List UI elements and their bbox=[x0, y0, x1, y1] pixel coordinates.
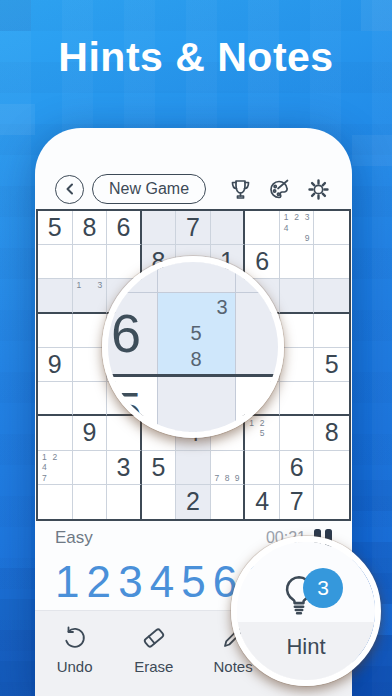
board-magnifier-content: 6 3 5 8 5 bbox=[108, 262, 278, 432]
mosaic-square bbox=[0, 104, 35, 135]
sudoku-cell-r3c1[interactable] bbox=[38, 279, 73, 313]
given-digit: 6 bbox=[255, 247, 269, 276]
sudoku-cell-r1c5[interactable]: 7 bbox=[176, 211, 211, 245]
trophy-icon[interactable] bbox=[227, 176, 254, 203]
undo-button[interactable]: Undo bbox=[40, 623, 110, 675]
notes-label: Notes bbox=[214, 658, 253, 675]
sudoku-cell-r3c2[interactable]: 13 bbox=[73, 279, 108, 313]
mosaic-square bbox=[352, 666, 392, 696]
sudoku-cell-r9c2[interactable] bbox=[73, 485, 108, 519]
erase-button[interactable]: Erase bbox=[119, 623, 189, 675]
mosaic-square bbox=[352, 135, 392, 166]
new-game-button[interactable]: New Game bbox=[92, 174, 206, 204]
given-digit: 6 bbox=[116, 213, 130, 242]
sudoku-cell-r3c8[interactable] bbox=[280, 279, 315, 313]
sudoku-cell-r2c2[interactable] bbox=[73, 245, 108, 279]
pencil-notes: 1247 bbox=[39, 452, 71, 483]
sudoku-cell-r8c2[interactable] bbox=[73, 451, 108, 485]
sudoku-cell-r8c6[interactable]: 789 bbox=[211, 451, 246, 485]
sudoku-cell-r6c9[interactable] bbox=[314, 382, 349, 416]
sudoku-cell-r5c1[interactable]: 9 bbox=[38, 348, 73, 382]
pencil-notes: 13 bbox=[74, 280, 106, 310]
sudoku-cell-r2c7[interactable]: 6 bbox=[245, 245, 280, 279]
sudoku-cell-r9c3[interactable] bbox=[107, 485, 142, 519]
gear-icon[interactable] bbox=[305, 176, 332, 203]
given-digit: 6 bbox=[290, 453, 304, 482]
sudoku-cell-r8c5[interactable] bbox=[176, 451, 211, 485]
sudoku-cell-r6c8[interactable] bbox=[280, 382, 315, 416]
sudoku-cell-r4c8[interactable] bbox=[280, 314, 315, 348]
sudoku-cell-r9c4[interactable] bbox=[142, 485, 177, 519]
pencil-notes: 125 bbox=[246, 417, 278, 448]
given-digit: 3 bbox=[116, 453, 130, 482]
mosaic-square bbox=[0, 599, 35, 630]
sudoku-cell-r9c9[interactable] bbox=[314, 485, 349, 519]
sudoku-cell-r2c1[interactable] bbox=[38, 245, 73, 279]
pencil-notes: 789 bbox=[212, 452, 243, 483]
numpad-3[interactable]: 3 bbox=[118, 560, 142, 604]
page-title: Hints & Notes bbox=[0, 34, 392, 81]
sudoku-cell-r9c6[interactable] bbox=[211, 485, 246, 519]
sudoku-cell-r4c9[interactable] bbox=[314, 314, 349, 348]
sudoku-cell-r1c6[interactable] bbox=[211, 211, 246, 245]
sudoku-cell-r8c1[interactable]: 1247 bbox=[38, 451, 73, 485]
sudoku-cell-r1c9[interactable] bbox=[314, 211, 349, 245]
mosaic-square bbox=[0, 661, 35, 696]
mosaic-square bbox=[352, 480, 392, 511]
sudoku-cell-r6c2[interactable] bbox=[73, 382, 108, 416]
sudoku-cell-r1c4[interactable] bbox=[142, 211, 177, 245]
sudoku-cell-r7c9[interactable]: 8 bbox=[314, 416, 349, 450]
back-button[interactable] bbox=[55, 175, 84, 204]
given-digit: 7 bbox=[290, 487, 304, 516]
new-game-label: New Game bbox=[109, 180, 189, 198]
hint-label-magnified: Hint bbox=[237, 634, 375, 660]
sudoku-cell-r8c9[interactable] bbox=[314, 451, 349, 485]
numpad-2[interactable]: 2 bbox=[87, 560, 111, 604]
given-digit: 2 bbox=[186, 487, 200, 516]
hint-magnifier-lens: 3 Hint bbox=[231, 536, 381, 686]
given-digit: 8 bbox=[325, 418, 339, 447]
sudoku-cell-r7c8[interactable] bbox=[280, 416, 315, 450]
given-digit: 5 bbox=[325, 350, 339, 379]
erase-label: Erase bbox=[134, 658, 173, 675]
sudoku-cell-r7c7[interactable]: 125 bbox=[245, 416, 280, 450]
sudoku-cell-r3c9[interactable] bbox=[314, 279, 349, 313]
sudoku-cell-r9c1[interactable] bbox=[38, 485, 73, 519]
given-digit: 9 bbox=[82, 418, 96, 447]
given-digit: 5 bbox=[151, 453, 165, 482]
sudoku-cell-r5c9[interactable]: 5 bbox=[314, 348, 349, 382]
numpad-5[interactable]: 5 bbox=[181, 560, 205, 604]
sudoku-cell-r8c4[interactable]: 5 bbox=[142, 451, 177, 485]
mosaic-square bbox=[0, 568, 35, 599]
sudoku-cell-r2c9[interactable] bbox=[314, 245, 349, 279]
mosaic-square bbox=[361, 0, 392, 31]
screenshot-root: Hints & Notes New Game bbox=[0, 0, 392, 696]
sudoku-cell-r9c7[interactable]: 4 bbox=[245, 485, 280, 519]
magnified-note-5: 5 bbox=[183, 320, 209, 346]
sudoku-cell-r1c2[interactable]: 8 bbox=[73, 211, 108, 245]
sudoku-cell-r4c1[interactable] bbox=[38, 314, 73, 348]
sudoku-cell-r2c8[interactable] bbox=[280, 245, 315, 279]
sudoku-cell-r8c8[interactable]: 6 bbox=[280, 451, 315, 485]
sudoku-cell-r7c2[interactable]: 9 bbox=[73, 416, 108, 450]
sudoku-cell-r1c3[interactable]: 6 bbox=[107, 211, 142, 245]
sudoku-cell-r5c8[interactable] bbox=[280, 348, 315, 382]
given-digit: 5 bbox=[48, 213, 62, 242]
sudoku-cell-r1c7[interactable] bbox=[245, 211, 280, 245]
pencil-notes: 12349 bbox=[281, 212, 313, 243]
sudoku-cell-r8c3[interactable]: 3 bbox=[107, 451, 142, 485]
magnified-note-8: 8 bbox=[183, 346, 209, 372]
hint-magnifier-content: 3 Hint bbox=[237, 542, 375, 680]
sudoku-cell-r8c7[interactable] bbox=[245, 451, 280, 485]
given-digit: 7 bbox=[186, 213, 200, 242]
mosaic-square bbox=[0, 630, 35, 661]
difficulty-label: Easy bbox=[55, 528, 93, 548]
undo-arrow-icon bbox=[60, 623, 90, 653]
given-digit: 4 bbox=[255, 487, 269, 516]
eraser-icon bbox=[139, 623, 169, 653]
sudoku-cell-r9c8[interactable]: 7 bbox=[280, 485, 315, 519]
mosaic-square bbox=[0, 0, 31, 31]
given-digit: 8 bbox=[82, 213, 96, 242]
hint-count-badge: 3 bbox=[303, 568, 343, 608]
magnified-given-6: 6 bbox=[108, 302, 150, 364]
numpad-1[interactable]: 1 bbox=[55, 560, 79, 604]
board-magnifier-lens: 6 3 5 8 5 bbox=[102, 256, 284, 438]
sudoku-cell-r1c1[interactable]: 5 bbox=[38, 211, 73, 245]
sudoku-cell-r6c1[interactable] bbox=[38, 382, 73, 416]
undo-label: Undo bbox=[57, 658, 93, 675]
sudoku-cell-r1c8[interactable]: 12349 bbox=[280, 211, 315, 245]
magnified-note-3: 3 bbox=[209, 294, 235, 320]
chevron-left-icon bbox=[63, 182, 77, 196]
sudoku-cell-r9c5[interactable]: 2 bbox=[176, 485, 211, 519]
given-digit: 9 bbox=[48, 350, 62, 379]
sudoku-cell-r7c3[interactable] bbox=[107, 416, 142, 450]
app-top-bar: New Game bbox=[35, 172, 352, 206]
palette-icon[interactable] bbox=[266, 176, 293, 203]
numpad-4[interactable]: 4 bbox=[150, 560, 174, 604]
sudoku-cell-r7c1[interactable] bbox=[38, 416, 73, 450]
